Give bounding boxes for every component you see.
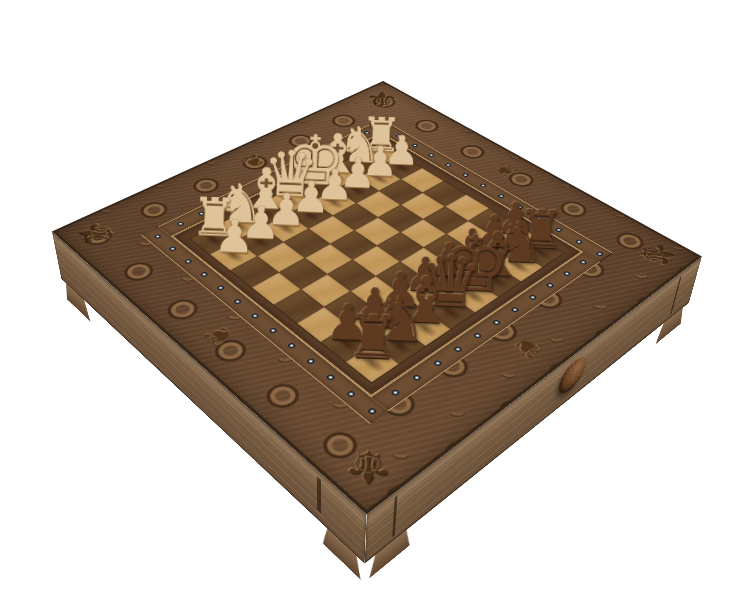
drawer-seam <box>670 276 682 315</box>
chess-box: ⚜ ⚜ ⚜ ⚜ ❦ ❦ ❦ ❦ ♜♞♝♛♚♝♞♜♟♟♟♟♟♟♟♟♟♟♟♟♟♟♟♟… <box>52 81 702 515</box>
fleur-de-lis-icon: ⚜ <box>60 215 132 253</box>
fleur-de-lis-icon: ⚜ <box>623 236 692 275</box>
box-foot <box>63 281 90 322</box>
box-foot <box>369 526 411 578</box>
perspective-wrapper: ⚜ ⚜ ⚜ ⚜ ❦ ❦ ❦ ❦ ♜♞♝♛♚♝♞♜♟♟♟♟♟♟♟♟♟♟♟♟♟♟♟♟… <box>0 0 750 589</box>
leaf-carving-icon: ❦ <box>187 315 250 359</box>
leaf-carving-icon: ❦ <box>497 326 560 371</box>
carved-chess-set-photo: ⚜ ⚜ ⚜ ⚜ ❦ ❦ ❦ ❦ ♜♞♝♛♚♝♞♜♟♟♟♟♟♟♟♟♟♟♟♟♟♟♟♟… <box>0 0 750 589</box>
fleur-de-lis-icon: ⚜ <box>358 87 407 114</box>
fleur-de-lis-icon: ⚜ <box>329 437 405 498</box>
drawer-seam <box>392 495 397 537</box>
box-foot <box>323 524 361 579</box>
drawer-seam <box>317 476 321 513</box>
carved-board-frame: ⚜ ⚜ ⚜ ⚜ ❦ ❦ ❦ ❦ ♜♞♝♛♚♝♞♜♟♟♟♟♟♟♟♟♟♟♟♟♟♟♟♟… <box>52 81 702 515</box>
